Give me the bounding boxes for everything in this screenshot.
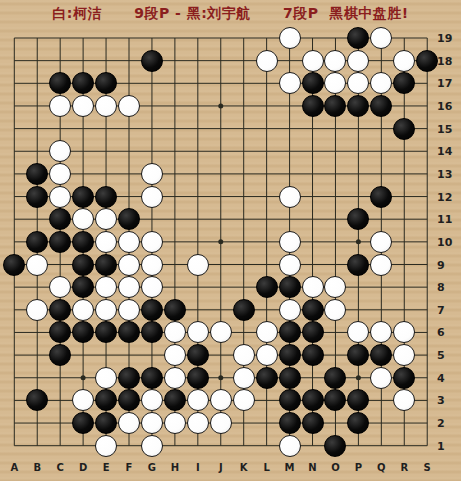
black-stone-B13 [26,163,48,185]
black-stone-D2 [72,412,94,434]
white-stone-F9 [118,254,140,276]
white-stone-I9 [187,254,209,276]
white-stone-J2 [210,412,232,434]
black-stone-N6 [302,321,324,343]
black-stone-M6 [279,321,301,343]
row-label-13: 13 [437,167,452,180]
black-stone-N7 [302,299,324,321]
black-stone-N17 [302,72,324,94]
black-stone-A9 [3,254,25,276]
row-label-16: 16 [437,99,452,112]
row-label-6: 6 [437,326,445,339]
white-stone-G2 [141,412,163,434]
white-stone-Q4 [370,367,392,389]
row-label-15: 15 [437,122,452,135]
black-stone-E9 [95,254,117,276]
white-stone-M7 [279,299,301,321]
row-label-18: 18 [437,54,452,67]
white-stone-K5 [233,344,255,366]
row-label-8: 8 [437,281,445,294]
black-stone-S18 [416,50,438,72]
hoshi-point-P10 [356,239,361,244]
column-label-C: C [57,462,64,473]
black-stone-E12 [95,186,117,208]
white-stone-G13 [141,163,163,185]
white-stone-F8 [118,276,140,298]
white-stone-M9 [279,254,301,276]
row-label-2: 2 [437,417,445,430]
column-label-R: R [400,462,408,473]
column-label-B: B [33,462,41,473]
column-label-E: E [103,462,110,473]
column-label-N: N [308,462,316,473]
white-stone-E7 [95,299,117,321]
black-stone-D10 [72,231,94,253]
column-label-P: P [355,462,362,473]
go-board[interactable]: ABCDEFGHIJKLMNOPQRS191817161514131211109… [0,0,461,481]
white-stone-E16 [95,95,117,117]
white-stone-H5 [164,344,186,366]
column-label-J: J [219,462,223,473]
hoshi-point-J4 [218,375,223,380]
black-stone-I4 [187,367,209,389]
white-stone-C13 [49,163,71,185]
column-label-A: A [10,462,18,473]
white-stone-F10 [118,231,140,253]
white-stone-D7 [72,299,94,321]
white-stone-F16 [118,95,140,117]
white-stone-Q10 [370,231,392,253]
white-stone-L6 [256,321,278,343]
black-stone-G18 [141,50,163,72]
black-stone-G4 [141,367,163,389]
white-stone-F2 [118,412,140,434]
white-stone-K4 [233,367,255,389]
row-label-10: 10 [437,235,452,248]
black-stone-M3 [279,389,301,411]
white-stone-L5 [256,344,278,366]
white-stone-E4 [95,367,117,389]
row-label-11: 11 [437,213,452,226]
white-stone-K3 [233,389,255,411]
row-label-7: 7 [437,303,445,316]
white-stone-P18 [347,50,369,72]
white-stone-M17 [279,72,301,94]
white-stone-I2 [187,412,209,434]
black-stone-M4 [279,367,301,389]
black-stone-C7 [49,299,71,321]
white-stone-N18 [302,50,324,72]
white-stone-M12 [279,186,301,208]
white-stone-L18 [256,50,278,72]
white-stone-F7 [118,299,140,321]
white-stone-E10 [95,231,117,253]
white-stone-R18 [393,50,415,72]
black-stone-M2 [279,412,301,434]
hoshi-point-D4 [81,375,86,380]
black-stone-G7 [141,299,163,321]
white-stone-G1 [141,435,163,457]
row-label-4: 4 [437,371,445,384]
column-label-M: M [285,462,295,473]
black-stone-C10 [49,231,71,253]
white-stone-C16 [49,95,71,117]
white-stone-M1 [279,435,301,457]
black-stone-O1 [324,435,346,457]
white-stone-D16 [72,95,94,117]
row-label-5: 5 [437,349,445,362]
white-stone-O18 [324,50,346,72]
column-label-D: D [79,462,87,473]
white-stone-E1 [95,435,117,457]
white-stone-B7 [26,299,48,321]
white-stone-G12 [141,186,163,208]
hoshi-point-J16 [218,103,223,108]
column-label-O: O [331,462,340,473]
black-stone-M8 [279,276,301,298]
column-label-I: I [196,462,200,473]
black-stone-B10 [26,231,48,253]
black-stone-Q12 [370,186,392,208]
hoshi-point-P4 [356,375,361,380]
white-stone-N8 [302,276,324,298]
black-stone-F4 [118,367,140,389]
row-label-1: 1 [437,439,445,452]
white-stone-B9 [26,254,48,276]
column-label-L: L [263,462,269,473]
black-stone-K7 [233,299,255,321]
white-stone-G8 [141,276,163,298]
white-stone-Q9 [370,254,392,276]
column-label-H: H [171,462,179,473]
black-stone-B12 [26,186,48,208]
black-stone-N5 [302,344,324,366]
black-stone-P9 [347,254,369,276]
white-stone-H4 [164,367,186,389]
column-label-Q: Q [377,462,386,473]
row-label-14: 14 [437,145,452,158]
row-label-12: 12 [437,190,452,203]
black-stone-D9 [72,254,94,276]
black-stone-R15 [393,118,415,140]
white-stone-H2 [164,412,186,434]
column-label-S: S [424,462,431,473]
row-label-9: 9 [437,258,445,271]
column-label-G: G [148,462,156,473]
white-stone-J3 [210,389,232,411]
black-stone-M5 [279,344,301,366]
black-stone-I5 [187,344,209,366]
black-stone-N16 [302,95,324,117]
row-label-3: 3 [437,394,445,407]
column-label-F: F [126,462,133,473]
white-stone-C12 [49,186,71,208]
black-stone-R4 [393,367,415,389]
go-app-background: 白:柯洁 9段P - 黑:刘宇航 7段P 黑棋中盘胜! ABCDEFGHIJKL… [0,0,461,481]
black-stone-N2 [302,412,324,434]
row-label-17: 17 [437,77,452,90]
black-stone-N3 [302,389,324,411]
row-label-19: 19 [437,32,452,45]
hoshi-point-J10 [218,239,223,244]
white-stone-G10 [141,231,163,253]
black-stone-H7 [164,299,186,321]
black-stone-L8 [256,276,278,298]
white-stone-M19 [279,27,301,49]
black-stone-E2 [95,412,117,434]
white-stone-G9 [141,254,163,276]
black-stone-L4 [256,367,278,389]
black-stone-D12 [72,186,94,208]
column-label-K: K [240,462,248,473]
white-stone-M10 [279,231,301,253]
